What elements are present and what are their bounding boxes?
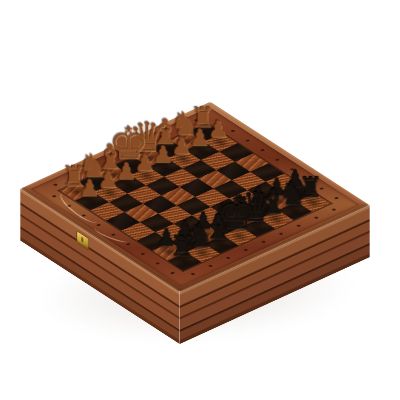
brass-latch [77,231,89,249]
piece-white-pawn-h2: ♟ [66,178,112,200]
piece-black-rook-h8: ♜ [159,234,205,260]
chess-set-photo: ♜♟♟♜♞♟♟♞♝♟♟♝♛♟♟♛♚♟♟♚♝♟♟♝♞♟♟♞♜♟♟♜ [0,0,400,400]
chess-box: ♜♟♟♜♞♟♟♞♝♟♟♝♛♟♟♛♚♟♟♚♝♟♟♝♞♟♟♞♜♟♟♜ [20,102,369,292]
